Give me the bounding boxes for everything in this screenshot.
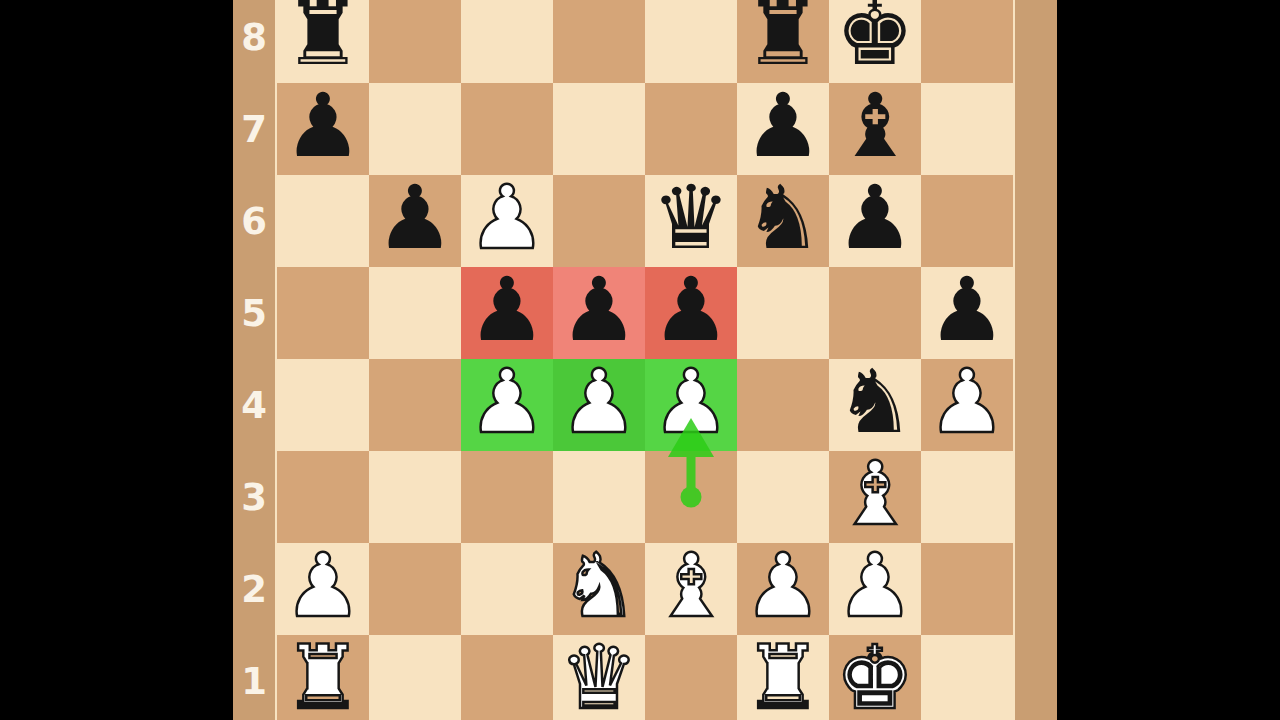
square-b5[interactable] — [369, 267, 461, 359]
square-e7[interactable] — [645, 83, 737, 175]
piece-black-king-g8[interactable]: ♚ — [836, 0, 915, 78]
square-c1[interactable] — [461, 635, 553, 720]
square-f8[interactable]: ♜ — [737, 0, 829, 83]
square-c8[interactable] — [461, 0, 553, 83]
piece-white-bishop-e2[interactable]: ♝ — [652, 542, 731, 630]
square-e6[interactable]: ♛ — [645, 175, 737, 267]
square-h1[interactable] — [921, 635, 1013, 720]
piece-white-rook-a1[interactable]: ♜ — [284, 634, 363, 720]
square-g1[interactable]: ♚ — [829, 635, 921, 720]
square-c5[interactable]: ♟ — [461, 267, 553, 359]
square-c2[interactable] — [461, 543, 553, 635]
square-e5[interactable]: ♟ — [645, 267, 737, 359]
square-a7[interactable]: ♟ — [277, 83, 369, 175]
square-b1[interactable] — [369, 635, 461, 720]
rank-label-3: 3 — [233, 451, 275, 543]
square-f1[interactable]: ♜ — [737, 635, 829, 720]
square-g5[interactable] — [829, 267, 921, 359]
square-e3[interactable] — [645, 451, 737, 543]
board-squares-area: ♜♜♚♟♟♝♟♟♛♞♟♟♟♟♟♟♟♟♞♟♝♟♞♝♟♟♜♛♜♚ — [275, 0, 1015, 720]
piece-black-pawn-g6[interactable]: ♟ — [836, 174, 915, 262]
square-c3[interactable] — [461, 451, 553, 543]
square-e2[interactable]: ♝ — [645, 543, 737, 635]
square-e4[interactable]: ♟ — [645, 359, 737, 451]
piece-white-rook-f1[interactable]: ♜ — [744, 634, 823, 720]
square-b8[interactable] — [369, 0, 461, 83]
square-a5[interactable] — [277, 267, 369, 359]
piece-black-knight-f6[interactable]: ♞ — [744, 174, 823, 262]
piece-black-pawn-b6[interactable]: ♟ — [376, 174, 455, 262]
piece-black-pawn-f7[interactable]: ♟ — [744, 82, 823, 170]
square-g8[interactable]: ♚ — [829, 0, 921, 83]
square-d7[interactable] — [553, 83, 645, 175]
piece-white-pawn-h4[interactable]: ♟ — [928, 358, 1007, 446]
piece-black-pawn-d5[interactable]: ♟ — [560, 266, 639, 354]
square-d4[interactable]: ♟ — [553, 359, 645, 451]
rank-label-8: 8 — [233, 0, 275, 83]
board-right-margin — [1015, 0, 1057, 720]
square-c4[interactable]: ♟ — [461, 359, 553, 451]
rank-label-column: 87654321 — [233, 0, 275, 720]
rank-label-4: 4 — [233, 359, 275, 451]
square-g3[interactable]: ♝ — [829, 451, 921, 543]
square-g2[interactable]: ♟ — [829, 543, 921, 635]
square-h8[interactable] — [921, 0, 1013, 83]
square-c7[interactable] — [461, 83, 553, 175]
piece-black-queen-e6[interactable]: ♛ — [652, 174, 731, 262]
piece-white-pawn-c6[interactable]: ♟ — [468, 174, 547, 262]
piece-black-pawn-h5[interactable]: ♟ — [928, 266, 1007, 354]
piece-white-bishop-g3[interactable]: ♝ — [836, 450, 915, 538]
square-b3[interactable] — [369, 451, 461, 543]
piece-black-bishop-g7[interactable]: ♝ — [836, 82, 915, 170]
piece-black-pawn-c5[interactable]: ♟ — [468, 266, 547, 354]
piece-white-pawn-d4[interactable]: ♟ — [560, 358, 639, 446]
app-background: 87654321 ♜♜♚♟♟♝♟♟♛♞♟♟♟♟♟♟♟♟♞♟♝♟♞♝♟♟♜♛♜♚ — [0, 0, 1280, 720]
piece-white-pawn-g2[interactable]: ♟ — [836, 542, 915, 630]
piece-white-pawn-f2[interactable]: ♟ — [744, 542, 823, 630]
square-a6[interactable] — [277, 175, 369, 267]
piece-black-rook-a8[interactable]: ♜ — [284, 0, 363, 78]
square-c6[interactable]: ♟ — [461, 175, 553, 267]
square-b7[interactable] — [369, 83, 461, 175]
piece-white-knight-d2[interactable]: ♞ — [560, 542, 639, 630]
square-f7[interactable]: ♟ — [737, 83, 829, 175]
rank-label-5: 5 — [233, 267, 275, 359]
piece-black-pawn-e5[interactable]: ♟ — [652, 266, 731, 354]
square-h4[interactable]: ♟ — [921, 359, 1013, 451]
square-d3[interactable] — [553, 451, 645, 543]
square-h7[interactable] — [921, 83, 1013, 175]
piece-black-knight-g4[interactable]: ♞ — [836, 358, 915, 446]
square-a2[interactable]: ♟ — [277, 543, 369, 635]
square-f4[interactable] — [737, 359, 829, 451]
chess-board: 87654321 ♜♜♚♟♟♝♟♟♛♞♟♟♟♟♟♟♟♟♞♟♝♟♞♝♟♟♜♛♜♚ — [233, 0, 1057, 720]
rank-label-1: 1 — [233, 635, 275, 720]
piece-black-rook-f8[interactable]: ♜ — [744, 0, 823, 78]
piece-white-king-g1[interactable]: ♚ — [836, 634, 915, 720]
square-f3[interactable] — [737, 451, 829, 543]
square-f6[interactable]: ♞ — [737, 175, 829, 267]
square-g4[interactable]: ♞ — [829, 359, 921, 451]
square-h3[interactable] — [921, 451, 1013, 543]
square-a1[interactable]: ♜ — [277, 635, 369, 720]
square-d1[interactable]: ♛ — [553, 635, 645, 720]
square-f2[interactable]: ♟ — [737, 543, 829, 635]
piece-white-pawn-a2[interactable]: ♟ — [284, 542, 363, 630]
square-f5[interactable] — [737, 267, 829, 359]
square-d6[interactable] — [553, 175, 645, 267]
rank-label-6: 6 — [233, 175, 275, 267]
square-b4[interactable] — [369, 359, 461, 451]
square-h6[interactable] — [921, 175, 1013, 267]
square-g6[interactable]: ♟ — [829, 175, 921, 267]
square-a4[interactable] — [277, 359, 369, 451]
square-a3[interactable] — [277, 451, 369, 543]
square-b6[interactable]: ♟ — [369, 175, 461, 267]
square-g7[interactable]: ♝ — [829, 83, 921, 175]
piece-white-pawn-c4[interactable]: ♟ — [468, 358, 547, 446]
square-e8[interactable] — [645, 0, 737, 83]
square-a8[interactable]: ♜ — [277, 0, 369, 83]
piece-white-pawn-e4[interactable]: ♟ — [652, 358, 731, 446]
board-grid: ♜♜♚♟♟♝♟♟♛♞♟♟♟♟♟♟♟♟♞♟♝♟♞♝♟♟♜♛♜♚ — [275, 0, 1015, 720]
piece-black-pawn-a7[interactable]: ♟ — [284, 82, 363, 170]
square-d8[interactable] — [553, 0, 645, 83]
square-h5[interactable]: ♟ — [921, 267, 1013, 359]
square-d5[interactable]: ♟ — [553, 267, 645, 359]
square-e1[interactable] — [645, 635, 737, 720]
rank-label-7: 7 — [233, 83, 275, 175]
square-b2[interactable] — [369, 543, 461, 635]
square-h2[interactable] — [921, 543, 1013, 635]
piece-white-queen-d1[interactable]: ♛ — [560, 634, 639, 720]
rank-label-2: 2 — [233, 543, 275, 635]
square-d2[interactable]: ♞ — [553, 543, 645, 635]
